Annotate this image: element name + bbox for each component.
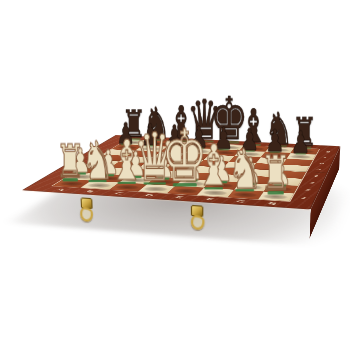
square-h6 [282, 159, 312, 166]
piece-glyph: ♝ [239, 103, 269, 149]
piece-shadow [68, 174, 96, 179]
piece-glyph: ♞ [143, 101, 171, 144]
brass-latch [190, 205, 205, 230]
piece-shadow [123, 177, 150, 183]
piece-glyph: ♞ [264, 106, 293, 151]
brass-latch [79, 197, 94, 222]
product-photo: ♜♞♝♛♚♝♞♜♟♟♟♟♟♟♟♟♟♟♟♟♟♟♟♟♜♞♝♛♚♝♞♜ ABCDEFG… [0, 0, 350, 350]
piece-glyph: ♟ [70, 144, 92, 178]
piece-shadow [267, 186, 294, 192]
piece-shadow [213, 150, 236, 154]
piece-glyph: ♚ [210, 89, 248, 148]
latch-hook [189, 214, 204, 231]
square-b6 [128, 150, 160, 157]
piece-shadow [188, 149, 211, 153]
piece-glyph: ♛ [187, 92, 222, 147]
piece-glyph: ♜ [291, 113, 316, 152]
piece-glyph: ♝ [166, 100, 195, 145]
piece-shadow [123, 141, 146, 145]
piece-glyph: ♜ [121, 106, 145, 144]
chess-case: ♜♞♝♛♚♝♞♜♟♟♟♟♟♟♟♟♟♟♟♟♟♟♟♟♜♞♝♛♚♝♞♜ ABCDEFG… [22, 135, 340, 209]
